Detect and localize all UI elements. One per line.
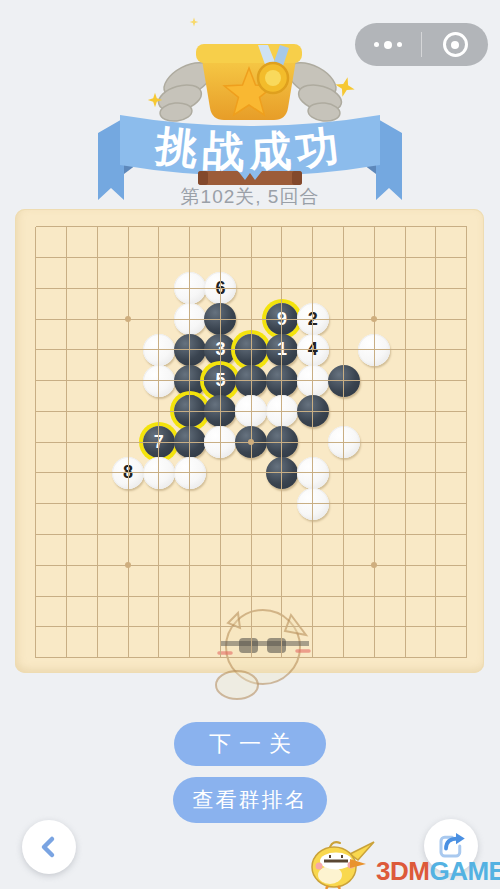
exit-button[interactable] bbox=[422, 23, 488, 66]
star-point bbox=[371, 316, 377, 322]
grid-line bbox=[36, 657, 467, 658]
star-point bbox=[125, 316, 131, 322]
grid-line bbox=[36, 534, 467, 535]
app-screen: 挑战成功 第102关, 5回合 692314578 下一关 bbox=[0, 0, 500, 889]
chick-mascot-icon bbox=[300, 838, 378, 889]
grid-line bbox=[36, 596, 467, 597]
grid-line bbox=[36, 503, 467, 504]
grid-line bbox=[374, 227, 375, 658]
back-button[interactable] bbox=[22, 820, 76, 874]
share-arrow-icon bbox=[436, 831, 466, 861]
grid-line bbox=[281, 227, 282, 658]
svg-text:挑战成功: 挑战成功 bbox=[151, 121, 346, 175]
sparkle-icon bbox=[190, 18, 199, 27]
share-button[interactable] bbox=[424, 819, 478, 873]
result-title: 挑战成功 bbox=[151, 121, 346, 175]
star-point bbox=[125, 562, 131, 568]
cat-sticker bbox=[213, 603, 319, 703]
target-circle-icon bbox=[443, 32, 468, 57]
trophy-illustration: 挑战成功 bbox=[90, 8, 410, 208]
grid-line bbox=[405, 227, 406, 658]
level-subtitle: 第102关, 5回合 bbox=[0, 184, 500, 210]
grid-line bbox=[312, 227, 313, 658]
next-level-button[interactable]: 下一关 bbox=[174, 722, 326, 766]
sunglasses-icon bbox=[221, 638, 309, 653]
grid-line bbox=[36, 472, 467, 473]
grid-line bbox=[466, 227, 467, 658]
chevron-left-icon bbox=[36, 834, 62, 860]
star-point bbox=[371, 562, 377, 568]
group-ranking-button[interactable]: 查看群排名 bbox=[173, 777, 327, 823]
grid-line bbox=[343, 227, 344, 658]
grid-line bbox=[435, 227, 436, 658]
brand-3dm: 3DM bbox=[376, 856, 429, 886]
grid-line bbox=[36, 565, 467, 566]
gomoku-board[interactable]: 692314578 bbox=[15, 209, 484, 673]
grid-line bbox=[36, 626, 467, 627]
